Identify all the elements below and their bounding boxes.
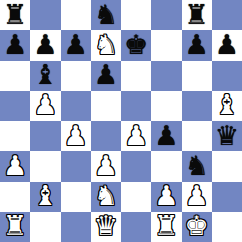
square-c8[interactable] [61,0,91,30]
square-f1[interactable]: ♜ [151,212,181,242]
piece-white-pawn[interactable]: ♟ [3,152,27,179]
square-c6[interactable] [61,61,91,91]
square-h4[interactable]: ♛ [212,121,242,151]
square-c1[interactable] [61,212,91,242]
piece-black-pawn[interactable]: ♟ [94,61,118,88]
square-h6[interactable] [212,61,242,91]
square-e8[interactable] [121,0,151,30]
piece-black-pawn[interactable]: ♟ [33,31,57,58]
piece-black-pawn[interactable]: ♟ [215,31,239,58]
square-g6[interactable] [182,61,212,91]
square-a2[interactable] [0,182,30,212]
square-g8[interactable]: ♜ [182,0,212,30]
piece-white-pawn[interactable]: ♟ [94,152,118,179]
square-h1[interactable] [212,212,242,242]
square-f5[interactable] [151,91,181,121]
square-c5[interactable] [61,91,91,121]
square-a4[interactable] [0,121,30,151]
square-b4[interactable] [30,121,60,151]
square-e5[interactable] [121,91,151,121]
square-d7[interactable]: ♞ [91,30,121,60]
square-e1[interactable] [121,212,151,242]
chess-board: ♜♞♜♟♟♟♞♚♟♟♝♟♟♝♟♟♟♛♟♟♞♝♞♟♟♜♛♜♚ [0,0,242,242]
square-e6[interactable] [121,61,151,91]
square-d5[interactable] [91,91,121,121]
square-f8[interactable] [151,0,181,30]
square-f4[interactable]: ♟ [151,121,181,151]
piece-white-queen[interactable]: ♛ [94,212,118,239]
square-e2[interactable] [121,182,151,212]
square-d3[interactable]: ♟ [91,151,121,181]
square-e7[interactable]: ♚ [121,30,151,60]
piece-white-pawn[interactable]: ♟ [124,122,148,149]
piece-black-pawn[interactable]: ♟ [154,122,178,149]
square-h2[interactable] [212,182,242,212]
square-f6[interactable] [151,61,181,91]
piece-black-rook[interactable]: ♜ [185,1,209,28]
square-e4[interactable]: ♟ [121,121,151,151]
piece-black-pawn[interactable]: ♟ [3,31,27,58]
piece-white-bishop[interactable]: ♝ [33,182,57,209]
piece-black-pawn[interactable]: ♟ [64,31,88,58]
piece-black-queen[interactable]: ♛ [215,122,239,149]
piece-black-bishop[interactable]: ♝ [33,61,57,88]
square-a3[interactable]: ♟ [0,151,30,181]
square-a5[interactable] [0,91,30,121]
square-g2[interactable]: ♟ [182,182,212,212]
square-a8[interactable]: ♜ [0,0,30,30]
piece-white-knight[interactable]: ♞ [94,31,118,58]
square-b8[interactable] [30,0,60,30]
square-h7[interactable]: ♟ [212,30,242,60]
square-b7[interactable]: ♟ [30,30,60,60]
piece-black-rook[interactable]: ♜ [3,1,27,28]
square-h5[interactable]: ♝ [212,91,242,121]
piece-black-knight[interactable]: ♞ [94,1,118,28]
square-c7[interactable]: ♟ [61,30,91,60]
square-d1[interactable]: ♛ [91,212,121,242]
square-d6[interactable]: ♟ [91,61,121,91]
piece-white-pawn[interactable]: ♟ [185,182,209,209]
square-a6[interactable] [0,61,30,91]
piece-black-pawn[interactable]: ♟ [185,31,209,58]
square-d4[interactable] [91,121,121,151]
square-h8[interactable] [212,0,242,30]
square-d2[interactable]: ♞ [91,182,121,212]
square-e3[interactable] [121,151,151,181]
piece-white-rook[interactable]: ♜ [3,212,27,239]
piece-black-knight[interactable]: ♞ [185,152,209,179]
square-b5[interactable]: ♟ [30,91,60,121]
square-h3[interactable] [212,151,242,181]
square-a1[interactable]: ♜ [0,212,30,242]
square-a7[interactable]: ♟ [0,30,30,60]
square-b3[interactable] [30,151,60,181]
square-g5[interactable] [182,91,212,121]
piece-white-bishop[interactable]: ♝ [215,91,239,118]
square-b6[interactable]: ♝ [30,61,60,91]
square-g1[interactable]: ♚ [182,212,212,242]
square-b1[interactable] [30,212,60,242]
square-c3[interactable] [61,151,91,181]
piece-white-rook[interactable]: ♜ [154,212,178,239]
piece-white-king[interactable]: ♚ [185,212,209,239]
square-f3[interactable] [151,151,181,181]
square-g4[interactable] [182,121,212,151]
piece-black-king[interactable]: ♚ [124,31,148,58]
square-c4[interactable]: ♟ [61,121,91,151]
piece-white-knight[interactable]: ♞ [94,182,118,209]
square-b2[interactable]: ♝ [30,182,60,212]
square-g7[interactable]: ♟ [182,30,212,60]
square-g3[interactable]: ♞ [182,151,212,181]
piece-white-pawn[interactable]: ♟ [64,122,88,149]
piece-white-pawn[interactable]: ♟ [154,182,178,209]
square-f2[interactable]: ♟ [151,182,181,212]
piece-white-pawn[interactable]: ♟ [33,91,57,118]
square-c2[interactable] [61,182,91,212]
square-d8[interactable]: ♞ [91,0,121,30]
square-f7[interactable] [151,30,181,60]
